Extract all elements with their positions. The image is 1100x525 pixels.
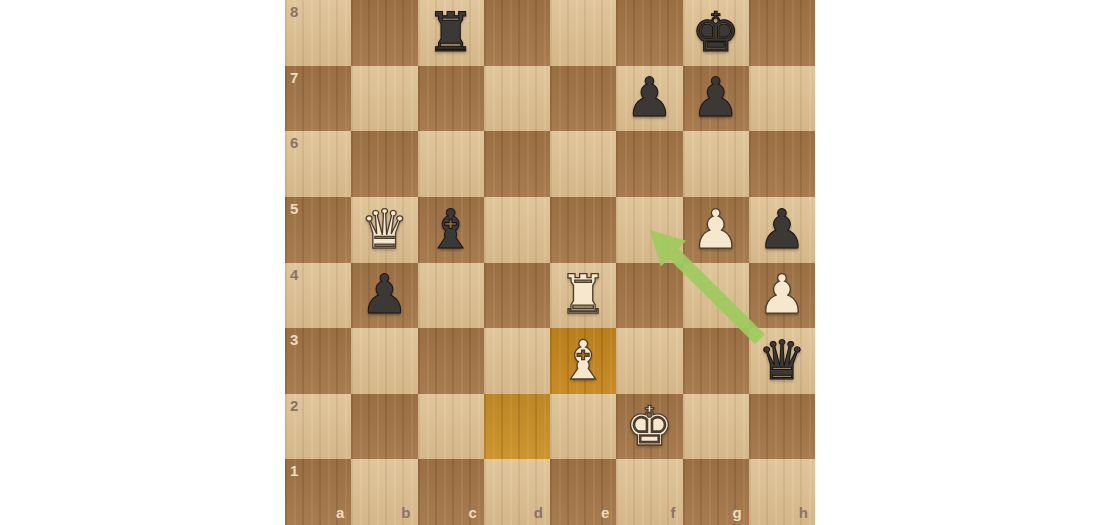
coord-rank-1: 1 — [290, 463, 298, 478]
square-c7[interactable] — [418, 66, 484, 132]
square-b5[interactable]: ♛ — [351, 197, 417, 263]
square-f6[interactable] — [616, 131, 682, 197]
coord-rank-8: 8 — [290, 4, 298, 19]
square-e2[interactable] — [550, 394, 616, 460]
square-f7[interactable]: ♟ — [616, 66, 682, 132]
square-d3[interactable] — [484, 328, 550, 394]
coord-file-f: f — [671, 505, 676, 520]
square-h7[interactable] — [749, 66, 815, 132]
square-e8[interactable] — [550, 0, 616, 66]
square-b7[interactable] — [351, 66, 417, 132]
square-b1[interactable]: b — [351, 459, 417, 525]
square-g7[interactable]: ♟ — [683, 66, 749, 132]
square-b2[interactable] — [351, 394, 417, 460]
coord-rank-6: 6 — [290, 135, 298, 150]
square-h3[interactable]: ♛ — [749, 328, 815, 394]
white-king-f2[interactable]: ♚ — [616, 394, 682, 460]
white-pawn-h4[interactable]: ♟ — [749, 263, 815, 329]
square-a2[interactable]: 2 — [285, 394, 351, 460]
black-king-g8[interactable]: ♚ — [683, 0, 749, 66]
coord-file-d: d — [534, 505, 543, 520]
square-h8[interactable] — [749, 0, 815, 66]
square-a7[interactable]: 7 — [285, 66, 351, 132]
black-queen-h3[interactable]: ♛ — [749, 328, 815, 394]
square-g4[interactable] — [683, 263, 749, 329]
coord-file-g: g — [733, 505, 742, 520]
square-d1[interactable]: d — [484, 459, 550, 525]
square-f5[interactable] — [616, 197, 682, 263]
square-a6[interactable]: 6 — [285, 131, 351, 197]
square-h1[interactable]: h — [749, 459, 815, 525]
black-pawn-b4[interactable]: ♟ — [351, 263, 417, 329]
square-e5[interactable] — [550, 197, 616, 263]
square-a4[interactable]: 4 — [285, 263, 351, 329]
square-a1[interactable]: 1a — [285, 459, 351, 525]
square-g1[interactable]: g — [683, 459, 749, 525]
coord-rank-4: 4 — [290, 267, 298, 282]
coord-file-e: e — [601, 505, 609, 520]
square-g6[interactable] — [683, 131, 749, 197]
square-d5[interactable] — [484, 197, 550, 263]
square-f4[interactable] — [616, 263, 682, 329]
square-c3[interactable] — [418, 328, 484, 394]
square-c6[interactable] — [418, 131, 484, 197]
square-f3[interactable] — [616, 328, 682, 394]
square-h2[interactable] — [749, 394, 815, 460]
square-d8[interactable] — [484, 0, 550, 66]
square-g3[interactable] — [683, 328, 749, 394]
square-b6[interactable] — [351, 131, 417, 197]
square-h5[interactable]: ♟ — [749, 197, 815, 263]
square-a3[interactable]: 3 — [285, 328, 351, 394]
white-rook-e4[interactable]: ♜ — [550, 263, 616, 329]
square-b4[interactable]: ♟ — [351, 263, 417, 329]
black-pawn-f7[interactable]: ♟ — [616, 66, 682, 132]
square-e1[interactable]: e — [550, 459, 616, 525]
square-h4[interactable]: ♟ — [749, 263, 815, 329]
square-d6[interactable] — [484, 131, 550, 197]
square-e3[interactable]: ♝ — [550, 328, 616, 394]
square-c2[interactable] — [418, 394, 484, 460]
square-c8[interactable]: ♜ — [418, 0, 484, 66]
square-c5[interactable]: ♝ — [418, 197, 484, 263]
square-f2[interactable]: ♚ — [616, 394, 682, 460]
coord-rank-5: 5 — [290, 201, 298, 216]
square-b8[interactable] — [351, 0, 417, 66]
coord-file-h: h — [799, 505, 808, 520]
black-pawn-h5[interactable]: ♟ — [749, 197, 815, 263]
coord-file-b: b — [401, 505, 410, 520]
page: 8♜♚7♟♟65♛♝♟♟4♟♜♟3♝♛2♚1abcdefgh — [0, 0, 1100, 525]
black-rook-c8[interactable]: ♜ — [418, 0, 484, 66]
square-e6[interactable] — [550, 131, 616, 197]
square-e7[interactable] — [550, 66, 616, 132]
square-a5[interactable]: 5 — [285, 197, 351, 263]
square-f1[interactable]: f — [616, 459, 682, 525]
square-b3[interactable] — [351, 328, 417, 394]
black-bishop-c5[interactable]: ♝ — [418, 197, 484, 263]
square-a8[interactable]: 8 — [285, 0, 351, 66]
square-d2[interactable] — [484, 394, 550, 460]
square-c4[interactable] — [418, 263, 484, 329]
square-g8[interactable]: ♚ — [683, 0, 749, 66]
coord-rank-2: 2 — [290, 398, 298, 413]
square-d4[interactable] — [484, 263, 550, 329]
black-pawn-g7[interactable]: ♟ — [683, 66, 749, 132]
square-e4[interactable]: ♜ — [550, 263, 616, 329]
square-f8[interactable] — [616, 0, 682, 66]
square-c1[interactable]: c — [418, 459, 484, 525]
chess-board: 8♜♚7♟♟65♛♝♟♟4♟♜♟3♝♛2♚1abcdefgh — [285, 0, 815, 525]
white-queen-b5[interactable]: ♛ — [351, 197, 417, 263]
coord-rank-3: 3 — [290, 332, 298, 347]
white-bishop-e3[interactable]: ♝ — [550, 328, 616, 394]
coord-file-c: c — [468, 505, 476, 520]
square-g2[interactable] — [683, 394, 749, 460]
square-g5[interactable]: ♟ — [683, 197, 749, 263]
coord-file-a: a — [336, 505, 344, 520]
square-d7[interactable] — [484, 66, 550, 132]
coord-rank-7: 7 — [290, 70, 298, 85]
white-pawn-g5[interactable]: ♟ — [683, 197, 749, 263]
square-h6[interactable] — [749, 131, 815, 197]
